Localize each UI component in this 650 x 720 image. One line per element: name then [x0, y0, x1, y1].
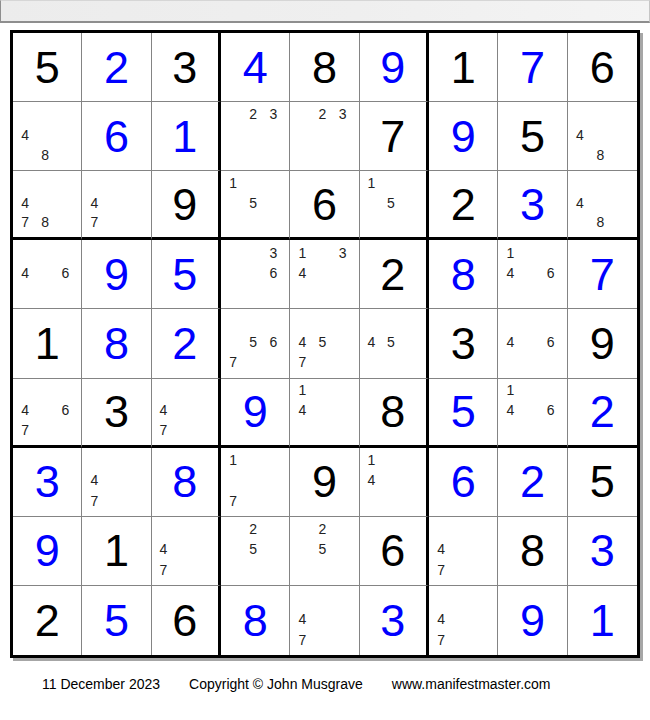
candidate-digit: 8: [590, 145, 610, 165]
pencil-marks: 25: [292, 519, 352, 580]
cell-r3c5[interactable]: 6: [290, 171, 359, 240]
cell-r4c4[interactable]: 36: [221, 240, 290, 309]
candidate-digit: 8: [590, 213, 610, 233]
cell-r5c5[interactable]: 457: [290, 309, 359, 378]
candidate-digit: 4: [431, 539, 451, 559]
pencil-marks: 23: [292, 104, 352, 165]
cell-r3c3[interactable]: 9: [152, 171, 221, 240]
cell-r7c5[interactable]: 9: [290, 448, 359, 517]
candidate-digit: 1: [362, 173, 381, 193]
candidate-digit: 3: [263, 104, 283, 124]
candidate-digit: 7: [84, 213, 104, 233]
pencil-marks: 45: [362, 311, 420, 372]
candidate-digit: 7: [15, 213, 35, 233]
cell-r2c2[interactable]: 6: [82, 102, 151, 171]
cell-r5c9[interactable]: 9: [568, 309, 637, 378]
solved-digit: 8: [429, 240, 497, 308]
cell-r9c2[interactable]: 5: [82, 586, 151, 655]
pencil-marks: 467: [15, 381, 75, 440]
candidate-digit: 4: [362, 332, 381, 352]
solved-digit: 9: [82, 240, 150, 308]
sudoku-board: 5234891764861232379548478479156152348469…: [10, 30, 640, 658]
solved-digit: 3: [360, 586, 426, 655]
solved-digit: 5: [152, 240, 218, 308]
cell-r9c5[interactable]: 47: [290, 586, 359, 655]
cell-r7c8[interactable]: 2: [498, 448, 567, 517]
cell-r4c9[interactable]: 7: [568, 240, 637, 309]
cell-r4c5[interactable]: 134: [290, 240, 359, 309]
cell-r6c1[interactable]: 467: [13, 379, 82, 448]
footer-date: 11 December 2023: [42, 676, 160, 692]
candidate-digit: 7: [223, 352, 243, 372]
cell-r2c8[interactable]: 5: [498, 102, 567, 171]
cell-r8c2[interactable]: 1: [82, 517, 151, 586]
pencil-marks: 36: [223, 242, 283, 303]
pencil-marks: 15: [223, 173, 283, 232]
given-digit: 9: [568, 309, 637, 377]
given-digit: 2: [360, 240, 426, 308]
solved-digit: 1: [568, 586, 637, 655]
cell-r6c6[interactable]: 8: [360, 379, 429, 448]
cell-r7c4[interactable]: 17: [221, 448, 290, 517]
candidate-digit: 4: [500, 332, 520, 352]
cell-r1c1[interactable]: 5: [13, 33, 82, 102]
candidate-digit: 5: [312, 539, 332, 559]
candidate-digit: 5: [243, 539, 263, 559]
pencil-marks: 14: [362, 450, 420, 511]
given-digit: 2: [429, 171, 497, 237]
candidate-digit: 5: [243, 332, 263, 352]
candidate-digit: 4: [84, 193, 104, 213]
given-digit: 1: [82, 517, 150, 585]
cell-r5c3[interactable]: 2: [152, 309, 221, 378]
cell-r5c1[interactable]: 1: [13, 309, 82, 378]
solved-digit: 8: [221, 586, 289, 655]
cell-r2c5[interactable]: 23: [290, 102, 359, 171]
candidate-digit: 4: [362, 470, 381, 490]
cell-r9c8[interactable]: 9: [498, 586, 567, 655]
given-digit: 3: [82, 379, 150, 445]
solved-digit: 7: [568, 240, 637, 308]
solved-digit: 2: [568, 379, 637, 445]
pencil-marks: 146: [500, 381, 560, 440]
cell-r5c2[interactable]: 8: [82, 309, 151, 378]
pencil-marks: 134: [292, 242, 352, 303]
cell-r9c7[interactable]: 47: [429, 586, 498, 655]
candidate-digit: 2: [312, 104, 332, 124]
candidate-digit: 4: [292, 332, 312, 352]
cell-r3c8[interactable]: 3: [498, 171, 567, 240]
cell-r8c7[interactable]: 47: [429, 517, 498, 586]
cell-r4c2[interactable]: 9: [82, 240, 151, 309]
cell-r9c4[interactable]: 8: [221, 586, 290, 655]
solved-digit: 3: [568, 517, 637, 585]
solved-digit: 5: [82, 586, 150, 655]
candidate-digit: 4: [15, 263, 35, 283]
given-digit: 5: [498, 102, 566, 170]
candidate-digit: 4: [292, 609, 312, 630]
candidate-digit: 4: [15, 124, 35, 144]
cell-r8c6[interactable]: 6: [360, 517, 429, 586]
candidate-digit: 1: [292, 242, 312, 262]
candidate-digit: 1: [500, 242, 520, 262]
cell-r2c9[interactable]: 48: [568, 102, 637, 171]
candidate-digit: 4: [15, 400, 35, 420]
cell-r1c8[interactable]: 7: [498, 33, 567, 102]
candidate-digit: 6: [263, 332, 283, 352]
cell-r5c6[interactable]: 45: [360, 309, 429, 378]
cell-r6c2[interactable]: 3: [82, 379, 151, 448]
candidate-digit: 2: [243, 519, 263, 539]
candidate-digit: 7: [154, 420, 173, 440]
solved-digit: 9: [498, 586, 566, 655]
cell-r3c2[interactable]: 47: [82, 171, 151, 240]
candidate-digit: 4: [15, 193, 35, 213]
candidate-digit: 6: [541, 332, 561, 352]
candidate-digit: 5: [381, 193, 400, 213]
cell-r3c7[interactable]: 2: [429, 171, 498, 240]
given-digit: 8: [290, 33, 358, 101]
candidate-digit: 4: [292, 400, 312, 420]
candidate-digit: 1: [223, 173, 243, 193]
pencil-marks: 457: [292, 311, 352, 372]
cell-r6c4[interactable]: 9: [221, 379, 290, 448]
cell-r9c1[interactable]: 2: [13, 586, 82, 655]
cell-r8c5[interactable]: 25: [290, 517, 359, 586]
given-digit: 5: [568, 448, 637, 516]
candidate-digit: 4: [292, 263, 312, 283]
solved-digit: 2: [152, 309, 218, 377]
given-digit: 9: [290, 448, 358, 516]
candidate-digit: 7: [431, 629, 451, 650]
given-digit: 1: [429, 33, 497, 101]
given-digit: 8: [360, 379, 426, 445]
cell-r1c5[interactable]: 8: [290, 33, 359, 102]
cell-r4c1[interactable]: 46: [13, 240, 82, 309]
candidate-digit: 6: [541, 263, 561, 283]
cell-r2c3[interactable]: 1: [152, 102, 221, 171]
candidate-digit: 6: [55, 400, 75, 420]
cell-r4c7[interactable]: 8: [429, 240, 498, 309]
cell-r6c5[interactable]: 14: [290, 379, 359, 448]
given-digit: 3: [429, 309, 497, 377]
solved-digit: 2: [82, 33, 150, 101]
cell-r4c8[interactable]: 146: [498, 240, 567, 309]
cell-r2c6[interactable]: 7: [360, 102, 429, 171]
cell-r1c2[interactable]: 2: [82, 33, 151, 102]
candidate-digit: 3: [263, 242, 283, 262]
cell-r7c9[interactable]: 5: [568, 448, 637, 517]
solved-digit: 3: [13, 448, 81, 516]
candidate-digit: 7: [154, 560, 173, 580]
solved-digit: 8: [152, 448, 218, 516]
given-digit: 6: [290, 171, 358, 237]
candidate-digit: 2: [243, 104, 263, 124]
cell-r7c3[interactable]: 8: [152, 448, 221, 517]
cell-r1c3[interactable]: 3: [152, 33, 221, 102]
pencil-marks: 146: [500, 242, 560, 303]
pencil-marks: 15: [362, 173, 420, 232]
pencil-marks: 48: [15, 104, 75, 165]
cell-r8c3[interactable]: 47: [152, 517, 221, 586]
cell-r6c8[interactable]: 146: [498, 379, 567, 448]
given-digit: 2: [13, 586, 81, 655]
candidate-digit: 6: [263, 263, 283, 283]
cell-r4c6[interactable]: 2: [360, 240, 429, 309]
given-digit: 5: [13, 33, 81, 101]
candidate-digit: 4: [500, 263, 520, 283]
pencil-marks: 14: [292, 381, 352, 440]
solved-digit: 2: [498, 448, 566, 516]
candidate-digit: 7: [15, 420, 35, 440]
cell-r6c9[interactable]: 2: [568, 379, 637, 448]
candidate-digit: 5: [243, 193, 263, 213]
candidate-digit: 4: [570, 193, 590, 213]
cell-r1c4[interactable]: 4: [221, 33, 290, 102]
cell-r9c9[interactable]: 1: [568, 586, 637, 655]
given-digit: 3: [152, 33, 218, 101]
candidate-digit: 4: [84, 470, 104, 490]
candidate-digit: 5: [312, 332, 332, 352]
candidate-digit: 1: [500, 381, 520, 401]
pencil-marks: 23: [223, 104, 283, 165]
cell-r9c3[interactable]: 6: [152, 586, 221, 655]
cell-r6c7[interactable]: 5: [429, 379, 498, 448]
pencil-marks: 46: [500, 311, 560, 372]
cell-r1c6[interactable]: 9: [360, 33, 429, 102]
candidate-digit: 1: [223, 450, 243, 470]
candidate-digit: 4: [154, 539, 173, 559]
pencil-marks: 47: [431, 588, 491, 650]
cell-r2c7[interactable]: 9: [429, 102, 498, 171]
candidate-digit: 3: [333, 104, 353, 124]
solved-digit: 8: [82, 309, 150, 377]
footer-website: www.manifestmaster.com: [392, 676, 551, 692]
pencil-marks: 46: [15, 242, 75, 303]
pencil-marks: 47: [154, 381, 212, 440]
pencil-marks: 567: [223, 311, 283, 372]
solved-digit: 5: [429, 379, 497, 445]
given-digit: 6: [568, 33, 637, 101]
candidate-digit: 7: [223, 490, 243, 510]
candidate-digit: 7: [431, 560, 451, 580]
cell-r3c6[interactable]: 15: [360, 171, 429, 240]
cell-r5c4[interactable]: 567: [221, 309, 290, 378]
candidate-digit: 4: [154, 400, 173, 420]
cell-r8c9[interactable]: 3: [568, 517, 637, 586]
given-digit: 6: [360, 517, 426, 585]
pencil-marks: 47: [292, 588, 352, 650]
cell-r8c4[interactable]: 25: [221, 517, 290, 586]
given-digit: 6: [152, 586, 218, 655]
solved-digit: 9: [360, 33, 426, 101]
pencil-marks: 48: [570, 104, 631, 165]
cell-r1c7[interactable]: 1: [429, 33, 498, 102]
candidate-digit: 6: [55, 263, 75, 283]
top-toolbar: [0, 0, 650, 23]
candidate-digit: 1: [362, 450, 381, 470]
cell-r7c7[interactable]: 6: [429, 448, 498, 517]
candidate-digit: 8: [35, 213, 55, 233]
candidate-digit: 4: [431, 609, 451, 630]
cell-r2c1[interactable]: 48: [13, 102, 82, 171]
solved-digit: 3: [498, 171, 566, 237]
candidate-digit: 8: [35, 145, 55, 165]
cell-r2c4[interactable]: 23: [221, 102, 290, 171]
cell-r5c8[interactable]: 46: [498, 309, 567, 378]
given-digit: 9: [152, 171, 218, 237]
cell-r9c6[interactable]: 3: [360, 586, 429, 655]
cell-r7c6[interactable]: 14: [360, 448, 429, 517]
pencil-marks: 47: [431, 519, 491, 580]
candidate-digit: 7: [84, 490, 104, 510]
candidate-digit: 4: [500, 400, 520, 420]
cell-r8c1[interactable]: 9: [13, 517, 82, 586]
solved-digit: 9: [429, 102, 497, 170]
candidate-digit: 7: [292, 352, 312, 372]
pencil-marks: 48: [570, 173, 631, 232]
candidate-digit: 6: [541, 400, 561, 420]
cell-r4c3[interactable]: 5: [152, 240, 221, 309]
pencil-marks: 17: [223, 450, 283, 511]
solved-digit: 9: [13, 517, 81, 585]
candidate-digit: 4: [570, 124, 590, 144]
cell-r8c8[interactable]: 8: [498, 517, 567, 586]
solved-digit: 9: [221, 379, 289, 445]
cell-r3c4[interactable]: 15: [221, 171, 290, 240]
candidate-digit: 5: [381, 332, 400, 352]
cell-r1c9[interactable]: 6: [568, 33, 637, 102]
solved-digit: 4: [221, 33, 289, 101]
given-digit: 1: [13, 309, 81, 377]
cell-r7c2[interactable]: 47: [82, 448, 151, 517]
solved-digit: 6: [82, 102, 150, 170]
given-digit: 8: [498, 517, 566, 585]
candidate-digit: 2: [312, 519, 332, 539]
pencil-marks: 25: [223, 519, 283, 580]
candidate-digit: 1: [292, 381, 312, 401]
pencil-marks: 47: [84, 173, 144, 232]
solved-digit: 6: [429, 448, 497, 516]
cell-r6c3[interactable]: 47: [152, 379, 221, 448]
footer-copyright: Copyright © John Musgrave: [189, 676, 363, 692]
pencil-marks: 47: [154, 519, 212, 580]
pencil-marks: 478: [15, 173, 75, 232]
cell-r7c1[interactable]: 3: [13, 448, 82, 517]
solved-digit: 7: [498, 33, 566, 101]
candidate-digit: 7: [292, 629, 312, 650]
candidate-digit: 3: [333, 242, 353, 262]
pencil-marks: 47: [84, 450, 144, 511]
cell-r3c9[interactable]: 48: [568, 171, 637, 240]
footer: 11 December 2023Copyright © John Musgrav…: [42, 676, 551, 694]
cell-r3c1[interactable]: 478: [13, 171, 82, 240]
solved-digit: 1: [152, 102, 218, 170]
given-digit: 7: [360, 102, 426, 170]
cell-r5c7[interactable]: 3: [429, 309, 498, 378]
